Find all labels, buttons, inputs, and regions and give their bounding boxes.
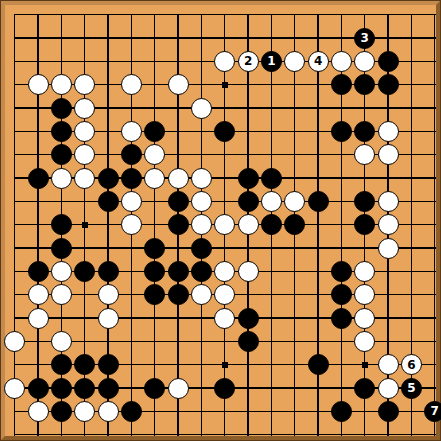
black-stone[interactable]	[214, 378, 235, 399]
white-stone[interactable]	[51, 284, 72, 305]
white-stone[interactable]	[168, 168, 189, 189]
move-number-label: 5	[407, 382, 415, 394]
move-number-label: 7	[431, 405, 439, 417]
white-stone[interactable]	[121, 191, 142, 212]
move-number-label: 1	[267, 55, 275, 67]
white-stone[interactable]	[28, 284, 49, 305]
black-stone[interactable]	[51, 238, 72, 259]
black-stone[interactable]	[378, 51, 399, 72]
white-stone[interactable]	[354, 331, 375, 352]
grid-lines: 3214657	[14, 14, 436, 436]
white-stone[interactable]	[74, 121, 95, 142]
black-stone[interactable]	[214, 121, 235, 142]
white-stone[interactable]	[378, 354, 399, 375]
white-stone[interactable]	[284, 191, 305, 212]
star-point	[222, 362, 228, 368]
white-stone[interactable]	[4, 331, 25, 352]
go-board[interactable]: 3214657	[0, 0, 441, 441]
white-stone[interactable]	[214, 214, 235, 235]
white-stone[interactable]	[144, 144, 165, 165]
star-point	[222, 82, 228, 88]
white-stone[interactable]	[191, 214, 212, 235]
black-stone[interactable]	[98, 354, 119, 375]
white-stone[interactable]	[261, 191, 282, 212]
white-stone[interactable]	[51, 331, 72, 352]
black-stone[interactable]	[121, 401, 142, 422]
white-stone[interactable]	[4, 378, 25, 399]
black-stone[interactable]	[51, 354, 72, 375]
white-stone[interactable]	[378, 214, 399, 235]
black-stone[interactable]	[74, 378, 95, 399]
black-stone[interactable]	[238, 331, 259, 352]
go-diagram: 3214657	[0, 0, 441, 441]
star-point	[362, 362, 368, 368]
white-stone[interactable]	[74, 98, 95, 119]
white-stone[interactable]	[51, 261, 72, 282]
white-stone[interactable]	[51, 168, 72, 189]
white-stone[interactable]	[74, 144, 95, 165]
black-stone[interactable]	[98, 168, 119, 189]
black-stone[interactable]	[238, 191, 259, 212]
white-stone[interactable]	[74, 168, 95, 189]
white-stone[interactable]: 6	[401, 354, 422, 375]
white-stone[interactable]	[51, 74, 72, 95]
white-stone[interactable]	[214, 308, 235, 329]
black-stone[interactable]	[331, 284, 352, 305]
white-stone[interactable]	[354, 144, 375, 165]
white-stone[interactable]	[331, 51, 352, 72]
black-stone[interactable]	[51, 121, 72, 142]
black-stone[interactable]	[354, 74, 375, 95]
white-stone[interactable]	[28, 308, 49, 329]
black-stone[interactable]	[191, 261, 212, 282]
move-number-label: 6	[407, 359, 415, 371]
black-stone[interactable]	[28, 261, 49, 282]
white-stone[interactable]	[354, 284, 375, 305]
black-stone[interactable]	[378, 401, 399, 422]
black-stone[interactable]	[168, 284, 189, 305]
white-stone[interactable]: 4	[308, 51, 329, 72]
move-number-label: 4	[314, 55, 322, 67]
black-stone[interactable]	[144, 284, 165, 305]
black-stone[interactable]	[144, 378, 165, 399]
black-stone[interactable]	[168, 191, 189, 212]
white-stone[interactable]	[144, 168, 165, 189]
white-stone[interactable]	[238, 214, 259, 235]
black-stone[interactable]	[378, 74, 399, 95]
white-stone[interactable]	[28, 401, 49, 422]
white-stone[interactable]	[121, 121, 142, 142]
black-stone[interactable]	[51, 98, 72, 119]
black-stone[interactable]	[331, 121, 352, 142]
black-stone[interactable]: 5	[401, 378, 422, 399]
black-stone[interactable]	[144, 261, 165, 282]
black-stone[interactable]	[98, 191, 119, 212]
black-stone[interactable]	[308, 191, 329, 212]
white-stone[interactable]	[191, 284, 212, 305]
move-number-label: 3	[361, 32, 369, 44]
white-stone[interactable]	[74, 74, 95, 95]
black-stone[interactable]	[121, 168, 142, 189]
white-stone[interactable]	[354, 51, 375, 72]
black-stone[interactable]	[331, 74, 352, 95]
black-stone[interactable]	[354, 214, 375, 235]
black-stone[interactable]	[308, 354, 329, 375]
white-stone[interactable]	[214, 51, 235, 72]
white-stone[interactable]	[191, 168, 212, 189]
black-stone[interactable]	[28, 378, 49, 399]
black-stone[interactable]	[28, 168, 49, 189]
white-stone[interactable]	[378, 121, 399, 142]
white-stone[interactable]	[378, 144, 399, 165]
white-stone[interactable]	[168, 74, 189, 95]
black-stone[interactable]	[284, 214, 305, 235]
black-stone[interactable]	[51, 401, 72, 422]
black-stone[interactable]	[261, 214, 282, 235]
black-stone[interactable]	[144, 121, 165, 142]
white-stone[interactable]	[378, 238, 399, 259]
black-stone[interactable]	[51, 144, 72, 165]
white-stone[interactable]	[191, 191, 212, 212]
black-stone[interactable]	[144, 238, 165, 259]
black-stone[interactable]	[354, 378, 375, 399]
move-number-label: 2	[244, 55, 252, 67]
black-stone[interactable]	[331, 308, 352, 329]
white-stone[interactable]	[121, 74, 142, 95]
black-stone[interactable]	[121, 144, 142, 165]
white-stone[interactable]	[284, 51, 305, 72]
black-stone[interactable]: 3	[354, 28, 375, 49]
white-stone[interactable]: 2	[238, 51, 259, 72]
white-stone[interactable]	[98, 284, 119, 305]
black-stone[interactable]	[238, 308, 259, 329]
white-stone[interactable]	[378, 378, 399, 399]
black-stone[interactable]	[168, 261, 189, 282]
black-stone[interactable]: 1	[261, 51, 282, 72]
black-stone[interactable]	[261, 168, 282, 189]
white-stone[interactable]	[378, 191, 399, 212]
black-stone[interactable]	[354, 191, 375, 212]
black-stone[interactable]	[354, 121, 375, 142]
black-stone[interactable]	[98, 378, 119, 399]
black-stone[interactable]	[74, 261, 95, 282]
white-stone[interactable]	[98, 308, 119, 329]
black-stone[interactable]	[51, 214, 72, 235]
white-stone[interactable]	[98, 401, 119, 422]
black-stone[interactable]	[51, 378, 72, 399]
white-stone[interactable]	[191, 98, 212, 119]
black-stone[interactable]: 7	[424, 401, 441, 422]
white-stone[interactable]	[168, 378, 189, 399]
black-stone[interactable]	[238, 168, 259, 189]
white-stone[interactable]	[214, 284, 235, 305]
black-stone[interactable]	[168, 214, 189, 235]
black-stone[interactable]	[191, 238, 212, 259]
white-stone[interactable]	[121, 214, 142, 235]
white-stone[interactable]	[214, 261, 235, 282]
white-stone[interactable]	[74, 401, 95, 422]
star-point	[82, 222, 88, 228]
black-stone[interactable]	[331, 401, 352, 422]
black-stone[interactable]	[74, 354, 95, 375]
white-stone[interactable]	[28, 74, 49, 95]
white-stone[interactable]	[238, 261, 259, 282]
black-stone[interactable]	[98, 261, 119, 282]
white-stone[interactable]	[354, 308, 375, 329]
black-stone[interactable]	[331, 261, 352, 282]
white-stone[interactable]	[354, 261, 375, 282]
